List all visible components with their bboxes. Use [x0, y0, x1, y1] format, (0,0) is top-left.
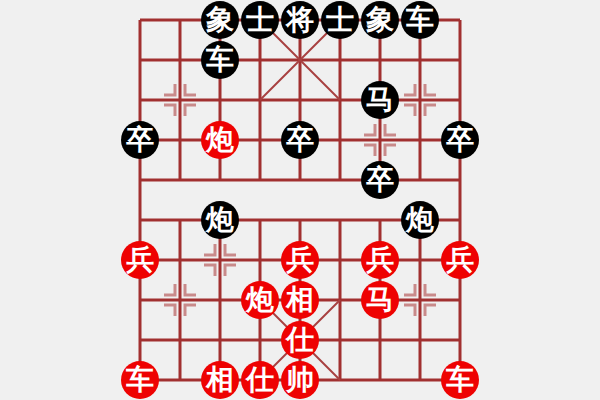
piece-red-cannon[interactable]: 炮 — [201, 121, 239, 159]
piece-red-soldier[interactable]: 兵 — [121, 241, 159, 279]
piece-black-chariot[interactable]: 车 — [201, 41, 239, 79]
piece-red-cannon[interactable]: 炮 — [241, 281, 279, 319]
piece-black-elephant[interactable]: 象 — [201, 1, 239, 39]
piece-black-advisor[interactable]: 士 — [321, 1, 359, 39]
piece-black-general[interactable]: 将 — [281, 1, 319, 39]
xiangqi-board[interactable]: 象士将士象车车马卒卒卒卒炮炮炮兵兵兵兵炮相马仕车相仕帅车 — [120, 0, 480, 400]
piece-black-chariot[interactable]: 车 — [401, 1, 439, 39]
piece-black-horse[interactable]: 马 — [361, 81, 399, 119]
piece-black-soldier[interactable]: 卒 — [121, 121, 159, 159]
piece-red-advisor[interactable]: 仕 — [281, 321, 319, 359]
piece-red-elephant[interactable]: 相 — [281, 281, 319, 319]
piece-black-soldier[interactable]: 卒 — [361, 161, 399, 199]
piece-red-horse[interactable]: 马 — [361, 281, 399, 319]
piece-black-cannon[interactable]: 炮 — [401, 201, 439, 239]
piece-red-chariot[interactable]: 车 — [121, 361, 159, 399]
piece-black-advisor[interactable]: 士 — [241, 1, 279, 39]
piece-black-cannon[interactable]: 炮 — [201, 201, 239, 239]
piece-red-soldier[interactable]: 兵 — [441, 241, 479, 279]
xiangqi-app: 象士将士象车车马卒卒卒卒炮炮炮兵兵兵兵炮相马仕车相仕帅车 — [0, 0, 600, 400]
piece-red-chariot[interactable]: 车 — [441, 361, 479, 399]
piece-red-general[interactable]: 帅 — [281, 361, 319, 399]
piece-red-soldier[interactable]: 兵 — [361, 241, 399, 279]
piece-black-elephant[interactable]: 象 — [361, 1, 399, 39]
piece-red-advisor[interactable]: 仕 — [241, 361, 279, 399]
piece-red-elephant[interactable]: 相 — [201, 361, 239, 399]
piece-red-soldier[interactable]: 兵 — [281, 241, 319, 279]
piece-black-soldier[interactable]: 卒 — [441, 121, 479, 159]
piece-black-soldier[interactable]: 卒 — [281, 121, 319, 159]
